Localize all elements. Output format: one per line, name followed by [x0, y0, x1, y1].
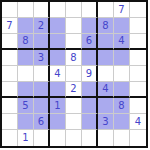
cell-r9c7[interactable] — [98, 130, 114, 146]
cell-r2c8[interactable] — [114, 18, 130, 34]
cell-r5c1[interactable] — [2, 66, 18, 82]
cell-r8c8[interactable] — [114, 114, 130, 130]
cell-r4c4[interactable] — [50, 50, 66, 66]
cell-r7c5[interactable] — [66, 98, 82, 114]
cell-r7c2[interactable]: 5 — [18, 98, 34, 114]
cell-r9c8[interactable] — [114, 130, 130, 146]
cell-r3c9[interactable] — [130, 34, 146, 50]
cell-r9c2[interactable]: 1 — [18, 130, 34, 146]
cell-r9c3[interactable] — [34, 130, 50, 146]
cell-r5c8[interactable] — [114, 66, 130, 82]
cell-r1c2[interactable] — [18, 2, 34, 18]
cell-r6c6[interactable] — [82, 82, 98, 98]
cell-r6c9[interactable] — [130, 82, 146, 98]
cell-r9c5[interactable] — [66, 130, 82, 146]
cell-r3c5[interactable] — [66, 34, 82, 50]
cell-r7c3[interactable] — [34, 98, 50, 114]
cell-r2c1[interactable]: 7 — [2, 18, 18, 34]
cell-r6c2[interactable] — [18, 82, 34, 98]
cell-r5c6[interactable]: 9 — [82, 66, 98, 82]
cell-r9c4[interactable] — [50, 130, 66, 146]
cell-r8c5[interactable] — [66, 114, 82, 130]
cell-r9c9[interactable] — [130, 130, 146, 146]
cell-r5c7[interactable] — [98, 66, 114, 82]
cell-r4c8[interactable] — [114, 50, 130, 66]
cell-r6c7[interactable]: 4 — [98, 82, 114, 98]
cell-r6c4[interactable] — [50, 82, 66, 98]
cell-r7c1[interactable] — [2, 98, 18, 114]
cell-r5c9[interactable] — [130, 66, 146, 82]
cell-r2c6[interactable] — [82, 18, 98, 34]
cell-r7c6[interactable] — [82, 98, 98, 114]
cell-r1c8[interactable]: 7 — [114, 2, 130, 18]
cell-r5c4[interactable]: 4 — [50, 66, 66, 82]
cell-r4c6[interactable] — [82, 50, 98, 66]
cell-r2c4[interactable] — [50, 18, 66, 34]
cell-r9c6[interactable] — [82, 130, 98, 146]
cell-r1c3[interactable] — [34, 2, 50, 18]
cell-r6c3[interactable] — [34, 82, 50, 98]
cell-r1c7[interactable] — [98, 2, 114, 18]
cell-r5c3[interactable] — [34, 66, 50, 82]
cell-r8c6[interactable] — [82, 114, 98, 130]
cell-r2c3[interactable]: 2 — [34, 18, 50, 34]
cell-r8c7[interactable]: 3 — [98, 114, 114, 130]
cell-r2c9[interactable] — [130, 18, 146, 34]
cell-r3c3[interactable] — [34, 34, 50, 50]
cell-r4c7[interactable] — [98, 50, 114, 66]
cell-r5c5[interactable] — [66, 66, 82, 82]
cell-r7c7[interactable] — [98, 98, 114, 114]
cell-r3c1[interactable] — [2, 34, 18, 50]
cell-r1c1[interactable] — [2, 2, 18, 18]
cell-r6c8[interactable] — [114, 82, 130, 98]
cell-r6c5[interactable]: 2 — [66, 82, 82, 98]
cell-r1c5[interactable] — [66, 2, 82, 18]
cell-r4c3[interactable]: 3 — [34, 50, 50, 66]
cell-r8c1[interactable] — [2, 114, 18, 130]
cell-r4c2[interactable] — [18, 50, 34, 66]
cell-r7c9[interactable] — [130, 98, 146, 114]
cell-r3c6[interactable]: 6 — [82, 34, 98, 50]
cell-r7c8[interactable]: 8 — [114, 98, 130, 114]
cell-r9c1[interactable] — [2, 130, 18, 146]
cell-r5c2[interactable] — [18, 66, 34, 82]
cell-r4c9[interactable] — [130, 50, 146, 66]
cell-r1c6[interactable] — [82, 2, 98, 18]
cell-r3c8[interactable]: 4 — [114, 34, 130, 50]
cell-r8c4[interactable] — [50, 114, 66, 130]
cell-r2c7[interactable]: 8 — [98, 18, 114, 34]
cell-r6c1[interactable] — [2, 82, 18, 98]
cell-r8c2[interactable] — [18, 114, 34, 130]
cell-r1c4[interactable] — [50, 2, 66, 18]
cell-r1c9[interactable] — [130, 2, 146, 18]
cell-r8c3[interactable]: 6 — [34, 114, 50, 130]
cell-r3c7[interactable] — [98, 34, 114, 50]
cell-r2c2[interactable] — [18, 18, 34, 34]
cell-r7c4[interactable]: 1 — [50, 98, 66, 114]
cell-r4c1[interactable] — [2, 50, 18, 66]
cell-r2c5[interactable] — [66, 18, 82, 34]
cell-r8c9[interactable]: 4 — [130, 114, 146, 130]
cell-r3c4[interactable] — [50, 34, 66, 50]
cell-r3c2[interactable]: 8 — [18, 34, 34, 50]
cell-r4c5[interactable]: 8 — [66, 50, 82, 66]
sudoku-board: 77288643849245186341 — [0, 0, 148, 148]
